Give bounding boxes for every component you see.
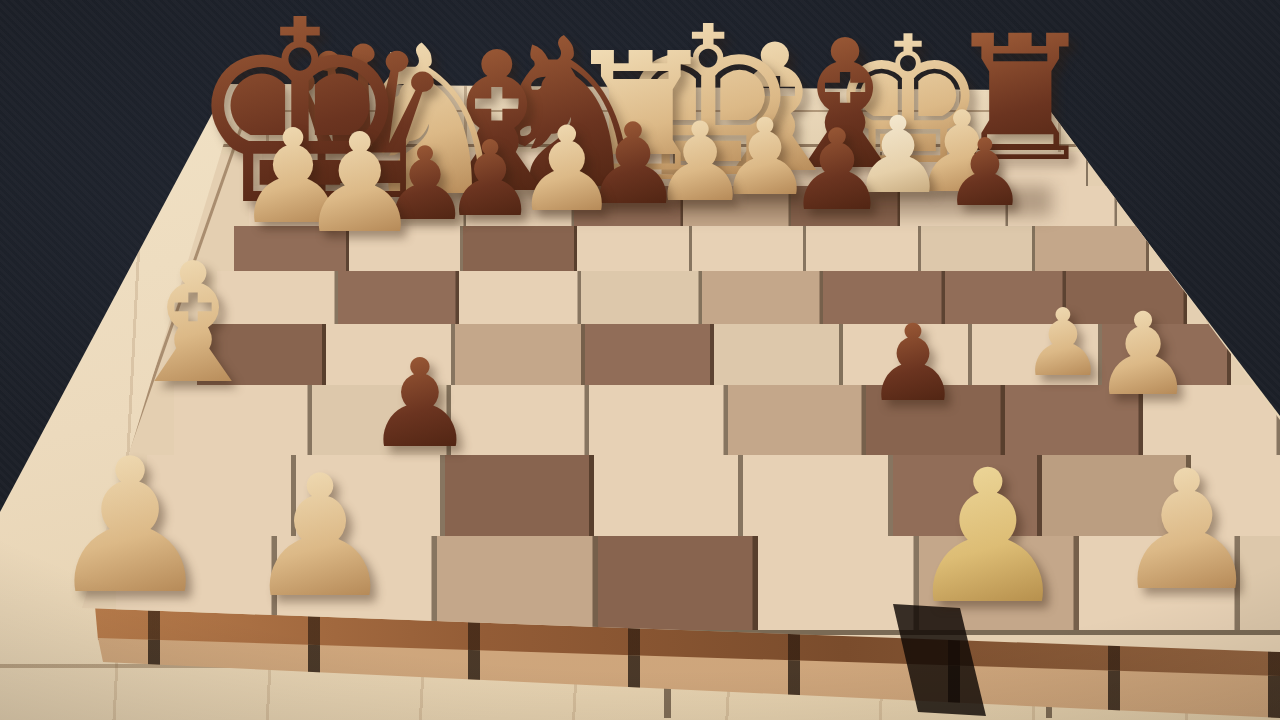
chess-photo-scene: ♜♚♝♝♚♜♞♟♟♝♟♞♟♛♟♟♚♟♟♟♟♟♟♟♝♟♟♟♟♟♟♟ <box>0 0 1280 720</box>
light-bishop[interactable]: ♝ <box>119 241 268 407</box>
light-pawn[interactable]: ♟ <box>299 115 422 252</box>
dark-pawn[interactable]: ♟ <box>865 311 960 417</box>
dark-pawn[interactable]: ♟ <box>787 114 887 226</box>
light-pawn[interactable]: ♟ <box>245 453 396 621</box>
pieces-layer: ♜♚♝♝♚♜♞♟♟♝♟♞♟♛♟♟♚♟♟♟♟♟♟♟♝♟♟♟♟♟♟♟ <box>0 0 1280 720</box>
gold-pawn[interactable]: ♟ <box>906 445 1071 629</box>
light-pawn[interactable]: ♟ <box>1092 298 1194 412</box>
light-pawn[interactable]: ♟ <box>47 434 214 620</box>
dark-pawn[interactable]: ♟ <box>943 127 1026 220</box>
light-pawn[interactable]: ♟ <box>1113 449 1261 614</box>
